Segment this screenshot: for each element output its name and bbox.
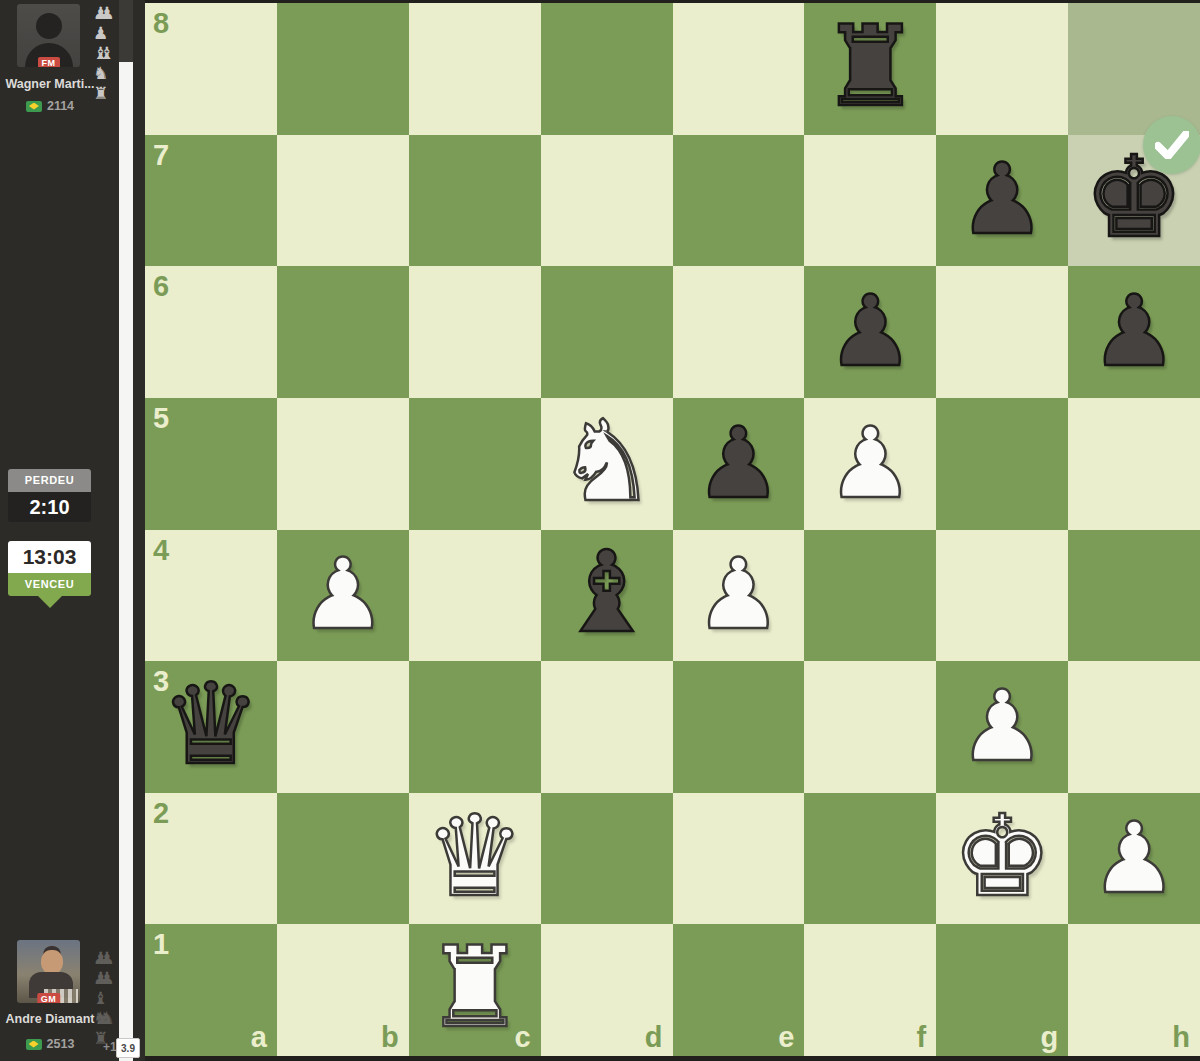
piece-black-pawn-f6[interactable]: ♟	[826, 282, 914, 380]
square-a1[interactable]: 1a	[145, 924, 277, 1056]
square-b3[interactable]	[277, 661, 409, 793]
evaluation-score: 3.9	[116, 1038, 140, 1058]
top-player-name[interactable]: Wagner Marti...	[0, 77, 100, 91]
square-g4[interactable]	[936, 530, 1068, 662]
square-d3[interactable]	[541, 661, 673, 793]
rank-label-8: 8	[153, 7, 169, 40]
file-label-d: d	[645, 1021, 663, 1054]
square-e4[interactable]: ♟	[673, 530, 805, 662]
square-d4[interactable]: ♝	[541, 530, 673, 662]
square-c5[interactable]	[409, 398, 541, 530]
square-c8[interactable]	[409, 3, 541, 135]
square-h1[interactable]: h	[1068, 924, 1200, 1056]
square-g3[interactable]: ♟	[936, 661, 1068, 793]
square-c6[interactable]	[409, 266, 541, 398]
square-e7[interactable]	[673, 135, 805, 267]
rank-label-7: 7	[153, 139, 169, 172]
result-banner-won: VENCEU	[8, 573, 91, 596]
square-h6[interactable]: ♟	[1068, 266, 1200, 398]
rank-label-3: 3	[153, 665, 169, 698]
evaluation-bar	[119, 0, 133, 1061]
avatar-top-player[interactable]: FM	[17, 4, 80, 67]
evaluation-bar-white-share	[119, 62, 133, 1061]
square-g8[interactable]	[936, 3, 1068, 135]
square-b8[interactable]	[277, 3, 409, 135]
file-label-g: g	[1040, 1021, 1058, 1054]
square-a4[interactable]: 4	[145, 530, 277, 662]
square-d7[interactable]	[541, 135, 673, 267]
square-f1[interactable]: f	[804, 924, 936, 1056]
square-g6[interactable]	[936, 266, 1068, 398]
winner-banner-arrow	[37, 595, 63, 608]
file-label-e: e	[778, 1021, 794, 1054]
square-f5[interactable]: ♟	[804, 398, 936, 530]
material-advantage: +1	[103, 1040, 117, 1054]
bottom-player-name[interactable]: Andre Diamant	[0, 1012, 100, 1026]
square-a3[interactable]: 3♛	[145, 661, 277, 793]
square-h5[interactable]	[1068, 398, 1200, 530]
piece-white-pawn-e4[interactable]: ♟	[695, 545, 783, 643]
piece-white-queen-c2[interactable]: ♛	[424, 800, 524, 912]
rank-label-5: 5	[153, 402, 169, 435]
white-clock: 13:03	[8, 541, 91, 573]
square-g7[interactable]: ♟	[936, 135, 1068, 267]
rank-label-6: 6	[153, 270, 169, 303]
rank-label-1: 1	[153, 928, 169, 961]
rank-label-2: 2	[153, 797, 169, 830]
square-f7[interactable]	[804, 135, 936, 267]
square-c7[interactable]	[409, 135, 541, 267]
square-g2[interactable]: ♚	[936, 793, 1068, 925]
square-c3[interactable]	[409, 661, 541, 793]
square-a7[interactable]: 7	[145, 135, 277, 267]
square-a5[interactable]: 5	[145, 398, 277, 530]
rank-label-4: 4	[153, 534, 169, 567]
bottom-player-rating: 2513	[47, 1037, 75, 1051]
square-h3[interactable]	[1068, 661, 1200, 793]
square-e3[interactable]	[673, 661, 805, 793]
result-banner-lost: PERDEU	[8, 469, 91, 492]
square-f4[interactable]	[804, 530, 936, 662]
square-a2[interactable]: 2	[145, 793, 277, 925]
square-d8[interactable]	[541, 3, 673, 135]
square-b1[interactable]: b	[277, 924, 409, 1056]
square-b4[interactable]: ♟	[277, 530, 409, 662]
square-d5[interactable]: ♞	[541, 398, 673, 530]
square-d6[interactable]	[541, 266, 673, 398]
top-player-rating: 2114	[47, 99, 74, 113]
square-b2[interactable]	[277, 793, 409, 925]
piece-black-pawn-h6[interactable]: ♟	[1090, 282, 1178, 380]
square-h2[interactable]: ♟	[1068, 793, 1200, 925]
square-a6[interactable]: 6	[145, 266, 277, 398]
chess-board: 8♜7♟♚6♟♟5♞♟♟4♟♝♟3♛♟2♛♚♟1abc♜defgh	[145, 3, 1200, 1056]
square-b5[interactable]	[277, 398, 409, 530]
sidebar: FM Wagner Marti... 2114 ♟♟♟♝♝♞♜ PERDEU 2…	[0, 0, 145, 1061]
square-e6[interactable]	[673, 266, 805, 398]
title-badge-fm: FM	[38, 57, 60, 67]
square-h4[interactable]	[1068, 530, 1200, 662]
piece-black-queen-a3[interactable]: ♛	[161, 668, 261, 780]
piece-white-pawn-g3[interactable]: ♟	[958, 677, 1046, 775]
chess-game-app: FM Wagner Marti... 2114 ♟♟♟♝♝♞♜ PERDEU 2…	[0, 0, 1200, 1061]
square-e1[interactable]: e	[673, 924, 805, 1056]
square-e8[interactable]	[673, 3, 805, 135]
square-c1[interactable]: c♜	[409, 924, 541, 1056]
square-a8[interactable]: 8	[145, 3, 277, 135]
square-d1[interactable]: d	[541, 924, 673, 1056]
square-f6[interactable]: ♟	[804, 266, 936, 398]
square-e5[interactable]: ♟	[673, 398, 805, 530]
square-g1[interactable]: g	[936, 924, 1068, 1056]
brazil-flag-icon	[26, 101, 42, 112]
avatar-silhouette-head	[36, 13, 62, 39]
file-label-h: h	[1172, 1021, 1190, 1054]
square-f3[interactable]	[804, 661, 936, 793]
piece-white-king-g2[interactable]: ♚	[952, 800, 1052, 912]
piece-white-rook-c1[interactable]: ♜	[424, 931, 524, 1043]
top-player-rating-row: 2114	[0, 99, 100, 113]
piece-white-knight-d5[interactable]: ♞	[556, 405, 656, 517]
file-label-a: a	[251, 1021, 267, 1054]
square-f2[interactable]	[804, 793, 936, 925]
file-label-f: f	[917, 1021, 927, 1054]
square-b7[interactable]	[277, 135, 409, 267]
file-label-b: b	[381, 1021, 399, 1054]
square-b6[interactable]	[277, 266, 409, 398]
square-d2[interactable]	[541, 793, 673, 925]
title-badge-gm: GM	[37, 993, 61, 1003]
piece-white-pawn-f5[interactable]: ♟	[826, 414, 914, 512]
piece-black-bishop-d4[interactable]: ♝	[556, 536, 656, 648]
piece-white-pawn-h2[interactable]: ♟	[1090, 809, 1178, 907]
black-clock: 2:10	[8, 492, 91, 522]
brazil-flag-icon	[26, 1039, 42, 1050]
bottom-player-rating-row: 2513	[0, 1037, 100, 1051]
square-h8[interactable]	[1068, 3, 1200, 135]
square-g5[interactable]	[936, 398, 1068, 530]
square-f8[interactable]: ♜	[804, 3, 936, 135]
avatar-bottom-player[interactable]: GM	[17, 940, 80, 1003]
piece-black-pawn-g7[interactable]: ♟	[958, 150, 1046, 248]
piece-black-rook-f8[interactable]: ♜	[820, 10, 920, 122]
avatar-photo-head	[41, 950, 63, 974]
square-e2[interactable]	[673, 793, 805, 925]
piece-black-pawn-e5[interactable]: ♟	[695, 414, 783, 512]
board-container: 8♜7♟♚6♟♟5♞♟♟4♟♝♟3♛♟2♛♚♟1abc♜defgh	[145, 0, 1200, 1061]
square-c2[interactable]: ♛	[409, 793, 541, 925]
file-label-c: c	[514, 1021, 530, 1054]
checkmark-badge-icon	[1143, 116, 1200, 174]
piece-white-pawn-b4[interactable]: ♟	[299, 545, 387, 643]
square-c4[interactable]	[409, 530, 541, 662]
